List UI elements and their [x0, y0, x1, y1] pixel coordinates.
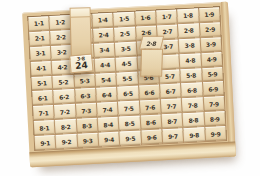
- cube-4-8[interactable]: 4·8: [180, 53, 201, 68]
- cube-3-8[interactable]: 3·8: [179, 38, 200, 53]
- cube-1-9[interactable]: 1·9: [199, 7, 220, 22]
- cube-5-1[interactable]: 5·1: [31, 76, 52, 91]
- cube-8-8[interactable]: 8·8: [183, 112, 204, 127]
- cube-7-3[interactable]: 7·3: [76, 103, 97, 118]
- cube-6-6[interactable]: 6·6: [139, 85, 160, 100]
- cube-2-9[interactable]: 2·9: [200, 22, 221, 37]
- cube-3-4[interactable]: 3·4: [94, 42, 115, 57]
- cube-7-6[interactable]: 7·6: [140, 100, 161, 115]
- cube-1-2[interactable]: 1·2: [50, 15, 71, 30]
- cube-3-9[interactable]: 3·9: [200, 37, 221, 52]
- cube-5-9[interactable]: 5·9: [202, 67, 223, 82]
- cube-6-3[interactable]: 6·3: [75, 88, 96, 103]
- cube-6-9[interactable]: 6·9: [203, 82, 224, 97]
- cube-6-4[interactable]: 6·4: [96, 87, 117, 102]
- cube-1-5[interactable]: 1·5: [114, 12, 135, 27]
- cube-2-4[interactable]: 2·4: [93, 28, 114, 43]
- cube-8-5[interactable]: 8·5: [119, 116, 140, 131]
- cube-8-1[interactable]: 8·1: [34, 120, 55, 135]
- standing-cube-front-face: [70, 17, 92, 57]
- cube-7-8[interactable]: 7·8: [182, 98, 203, 113]
- cube-5-4[interactable]: 5·4: [95, 72, 116, 87]
- cube-3-1[interactable]: 3·1: [30, 46, 51, 61]
- cube-9-5[interactable]: 9·5: [120, 131, 141, 146]
- leaning-cube[interactable]: 2·8: [141, 36, 163, 78]
- cube-9-2[interactable]: 9·2: [56, 134, 77, 149]
- cube-4-9[interactable]: 4·9: [201, 52, 222, 67]
- cube-4-5[interactable]: 4·5: [116, 56, 137, 71]
- cube-4-1[interactable]: 4·1: [31, 61, 52, 76]
- cube-7-1[interactable]: 7·1: [33, 105, 54, 120]
- cube-3-5[interactable]: 3·5: [115, 41, 136, 56]
- cube-7-5[interactable]: 7·5: [118, 101, 139, 116]
- cube-9-1[interactable]: 9·1: [35, 135, 56, 150]
- cube-5-5[interactable]: 5·5: [117, 71, 138, 86]
- standing-cube-top-face: [70, 7, 91, 18]
- cube-8-4[interactable]: 8·4: [98, 117, 119, 132]
- cube-7-7[interactable]: 7·7: [161, 99, 182, 114]
- cube-7-4[interactable]: 7·4: [97, 102, 118, 117]
- standing-blank-cube[interactable]: [70, 7, 92, 57]
- multiplication-board: 1·11·21·41·51·61·71·81·92·12·22·42·52·62…: [22, 2, 236, 168]
- cube-9-7[interactable]: 9·7: [162, 128, 183, 143]
- cube-8-9[interactable]: 8·9: [204, 111, 225, 126]
- cube-5-3[interactable]: 5·3: [74, 73, 95, 88]
- cube-1-7[interactable]: 1·7: [156, 9, 177, 24]
- cube-8-6[interactable]: 8·6: [140, 115, 161, 130]
- answer-cube-answer-label: 24: [75, 61, 88, 71]
- cube-2-2[interactable]: 2·2: [50, 30, 71, 45]
- cube-2-1[interactable]: 2·1: [29, 31, 50, 46]
- cube-6-7[interactable]: 6·7: [160, 84, 181, 99]
- cube-9-6[interactable]: 9·6: [141, 129, 162, 144]
- cube-8-2[interactable]: 8·2: [55, 119, 76, 134]
- cube-6-5[interactable]: 6·5: [117, 86, 138, 101]
- photo-scene: 1·11·21·41·51·61·71·81·92·12·22·42·52·62…: [0, 0, 260, 176]
- cube-1-1[interactable]: 1·1: [28, 16, 49, 31]
- cube-7-9[interactable]: 7·9: [203, 96, 224, 111]
- cube-1-4[interactable]: 1·4: [92, 13, 113, 28]
- board-grid: 1·11·21·41·51·61·71·81·92·12·22·42·52·62…: [27, 6, 227, 151]
- leaning-cube-top-face: 2·8: [139, 36, 164, 50]
- cube-6-8[interactable]: 6·8: [181, 83, 202, 98]
- cube-6-1[interactable]: 6·1: [32, 90, 53, 105]
- cube-2-8[interactable]: 2·8: [178, 23, 199, 38]
- cube-8-3[interactable]: 8·3: [76, 118, 97, 133]
- cube-1-8[interactable]: 1·8: [177, 8, 198, 23]
- cube-5-2[interactable]: 5·2: [53, 74, 74, 89]
- cube-9-9[interactable]: 9·9: [205, 126, 226, 141]
- cube-5-8[interactable]: 5·8: [181, 68, 202, 83]
- leaning-cube-front-face: [140, 49, 163, 77]
- cube-6-2[interactable]: 6·2: [54, 89, 75, 104]
- cube-9-3[interactable]: 9·3: [77, 133, 98, 148]
- cube-2-5[interactable]: 2·5: [114, 27, 135, 42]
- cube-1-6[interactable]: 1·6: [135, 11, 156, 26]
- cube-7-2[interactable]: 7·2: [54, 104, 75, 119]
- cube-9-4[interactable]: 9·4: [98, 132, 119, 147]
- cube-4-4[interactable]: 4·4: [95, 57, 116, 72]
- flipped-answer-cube[interactable]: 3·8 24: [69, 53, 93, 73]
- cube-9-8[interactable]: 9·8: [184, 127, 205, 142]
- cube-8-7[interactable]: 8·7: [162, 113, 183, 128]
